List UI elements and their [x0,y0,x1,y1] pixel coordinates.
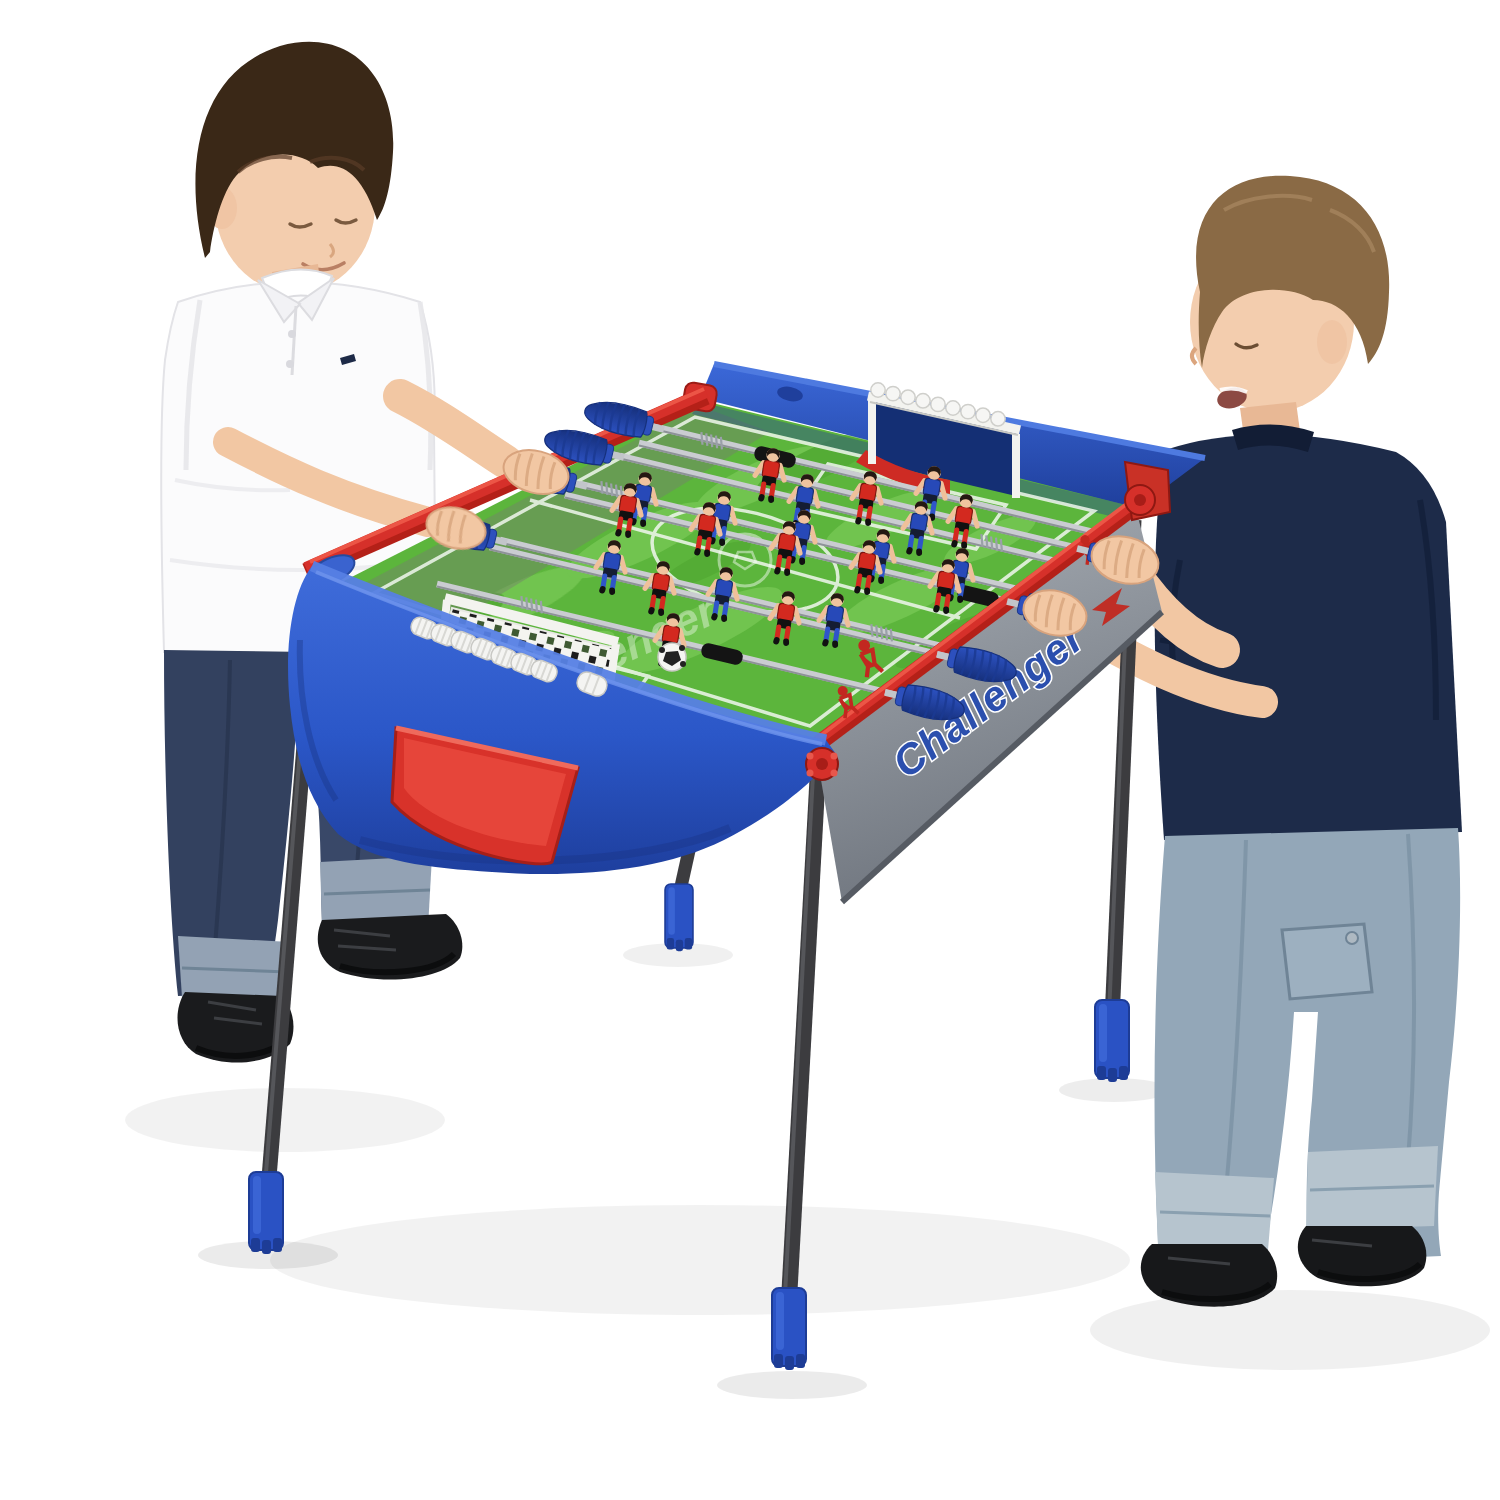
scene-svg: Challenger [0,0,1500,1500]
polo-button [286,360,294,368]
right-boy-ear [1317,320,1347,364]
polo-button [288,330,296,338]
jeans-pocket [1282,924,1372,999]
leg-foot [772,1288,806,1370]
match-ball [658,643,686,671]
leg-foot [249,1172,283,1254]
product-photo: Challenger [0,0,1500,1500]
leg-foot [665,884,693,951]
right-corner-cap [1125,462,1170,520]
near-corner-knob [806,748,838,780]
leg-foot [1095,1000,1129,1082]
